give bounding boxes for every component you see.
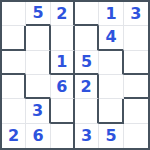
cell-r3c6[interactable] (124, 51, 148, 75)
cell-r4c3[interactable]: 6 (51, 75, 75, 99)
cell-r5c6[interactable] (124, 99, 148, 123)
cell-r4c4[interactable]: 2 (75, 75, 99, 99)
cell-r2c4[interactable] (75, 26, 99, 50)
cell-r1c5[interactable]: 1 (99, 2, 123, 26)
cell-r6c4[interactable]: 3 (75, 124, 99, 148)
cell-r1c6[interactable]: 3 (124, 2, 148, 26)
cell-r6c3[interactable] (51, 124, 75, 148)
cell-r6c2[interactable]: 6 (26, 124, 50, 148)
cell-r1c4[interactable] (75, 2, 99, 26)
cell-r4c6[interactable] (124, 75, 148, 99)
cell-r4c2[interactable] (26, 75, 50, 99)
cell-r2c2[interactable] (26, 26, 50, 50)
cell-r2c3[interactable] (51, 26, 75, 50)
cell-r2c5[interactable]: 4 (99, 26, 123, 50)
cell-r3c1[interactable] (2, 51, 26, 75)
cell-r5c1[interactable] (2, 99, 26, 123)
jigsaw-sudoku-board: 52134156232635 (0, 0, 150, 150)
cell-r4c5[interactable] (99, 75, 123, 99)
cell-r3c5[interactable] (99, 51, 123, 75)
cell-r5c4[interactable] (75, 99, 99, 123)
cell-r3c2[interactable] (26, 51, 50, 75)
cell-r6c5[interactable]: 5 (99, 124, 123, 148)
cell-r2c1[interactable] (2, 26, 26, 50)
cell-r5c3[interactable] (51, 99, 75, 123)
cell-r1c2[interactable]: 5 (26, 2, 50, 26)
cell-r6c1[interactable]: 2 (2, 124, 26, 148)
cell-r3c3[interactable]: 1 (51, 51, 75, 75)
cell-r1c1[interactable] (2, 2, 26, 26)
cell-r6c6[interactable] (124, 124, 148, 148)
cell-r5c5[interactable] (99, 99, 123, 123)
cell-r4c1[interactable] (2, 75, 26, 99)
cell-r5c2[interactable]: 3 (26, 99, 50, 123)
cell-r1c3[interactable]: 2 (51, 2, 75, 26)
cell-r2c6[interactable] (124, 26, 148, 50)
cell-r3c4[interactable]: 5 (75, 51, 99, 75)
